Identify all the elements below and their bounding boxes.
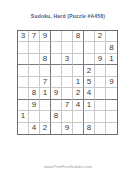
sudoku-cell-r7c6: 4	[73, 100, 84, 111]
sudoku-cell-r6c3: 1	[40, 88, 51, 99]
sudoku-cell-r4c1	[18, 65, 29, 76]
sudoku-cell-r7c5: 7	[62, 100, 73, 111]
sudoku-cell-r1c1: 3	[18, 31, 29, 42]
sudoku-cell-r9c4	[51, 123, 62, 134]
sudoku-cell-r5c3: 7	[40, 77, 51, 88]
sudoku-cell-r3c9: 1	[106, 54, 117, 65]
sudoku-cell-r7c3	[40, 100, 51, 111]
sudoku-cell-r6c2: 8	[29, 88, 40, 99]
sudoku-cell-r8c2	[29, 111, 40, 122]
footer-url: www.PrintFreeSudoku.com	[0, 164, 136, 169]
sudoku-cell-r7c7: 1	[84, 100, 95, 111]
sudoku-cell-r5c1	[18, 77, 29, 88]
sudoku-cell-r6c1	[18, 88, 29, 99]
sudoku-cell-r9c3: 2	[40, 123, 51, 134]
sudoku-cell-r6c4: 9	[51, 88, 62, 99]
sudoku-cell-r5c2	[29, 77, 40, 88]
sudoku-cell-r2c9: 8	[106, 42, 117, 53]
sudoku-cell-r3c7	[84, 54, 95, 65]
sudoku-cell-r8c6	[73, 111, 84, 122]
sudoku-cell-r4c5	[62, 65, 73, 76]
sudoku-cell-r8c7	[84, 111, 95, 122]
sudoku-cell-r4c9	[106, 65, 117, 76]
sudoku-cell-r2c1	[18, 42, 29, 53]
sudoku-cell-r9c2: 4	[29, 123, 40, 134]
sudoku-cell-r5c5	[62, 77, 73, 88]
sudoku-cell-r1c5	[62, 31, 73, 42]
sudoku-cell-r3c2	[29, 54, 40, 65]
sudoku-cell-r9c8	[95, 123, 106, 134]
sudoku-cell-r9c6	[73, 123, 84, 134]
sudoku-cell-r5c7: 5	[84, 77, 95, 88]
sudoku-cell-r8c3	[40, 111, 51, 122]
sudoku-cell-r1c7	[84, 31, 95, 42]
sudoku-cell-r7c4	[51, 100, 62, 111]
sudoku-board: 379828839127159819249741184298	[17, 30, 118, 135]
sudoku-cell-r8c4: 8	[51, 111, 62, 122]
sudoku-cell-r4c3	[40, 65, 51, 76]
sudoku-cell-r1c4	[51, 31, 62, 42]
sudoku-cell-r1c6: 8	[73, 31, 84, 42]
sudoku-cell-r3c5: 3	[62, 54, 73, 65]
sudoku-cell-r3c1	[18, 54, 29, 65]
sudoku-cell-r9c1	[18, 123, 29, 134]
sudoku-cell-r3c3: 8	[40, 54, 51, 65]
sudoku-cell-r2c7	[84, 42, 95, 53]
sudoku-cell-r2c3	[40, 42, 51, 53]
sudoku-cell-r4c6	[73, 65, 84, 76]
page-title: Sudoku, Hard (Puzzle #A458)	[0, 13, 136, 19]
sudoku-cell-r5c8	[95, 77, 106, 88]
sudoku-cell-r8c9	[106, 111, 117, 122]
sudoku-cell-r5c6: 1	[73, 77, 84, 88]
sudoku-cell-r2c6	[73, 42, 84, 53]
sudoku-cell-r7c8	[95, 100, 106, 111]
sudoku-cell-r9c7: 8	[84, 123, 95, 134]
sudoku-cell-r4c7: 2	[84, 65, 95, 76]
sudoku-cell-r1c8: 2	[95, 31, 106, 42]
sudoku-cell-r1c2: 7	[29, 31, 40, 42]
sudoku-cell-r8c1: 1	[18, 111, 29, 122]
sudoku-cell-r6c6: 2	[73, 88, 84, 99]
sudoku-cell-r9c5: 9	[62, 123, 73, 134]
sudoku-cell-r7c2: 9	[29, 100, 40, 111]
sudoku-cell-r8c5	[62, 111, 73, 122]
sudoku-cell-r1c3: 9	[40, 31, 51, 42]
sudoku-cell-r9c9	[106, 123, 117, 134]
sudoku-cell-r4c2	[29, 65, 40, 76]
sudoku-cell-r7c9	[106, 100, 117, 111]
sudoku-cell-r3c8: 9	[95, 54, 106, 65]
sudoku-cell-r5c9: 9	[106, 77, 117, 88]
sudoku-cell-r6c5	[62, 88, 73, 99]
sudoku-cell-r6c9	[106, 88, 117, 99]
sudoku-cell-r4c8	[95, 65, 106, 76]
sudoku-cell-r2c2	[29, 42, 40, 53]
sudoku-cell-r6c7: 4	[84, 88, 95, 99]
sudoku-cell-r7c1	[18, 100, 29, 111]
sudoku-cell-r1c9	[106, 31, 117, 42]
sudoku-cell-r3c4	[51, 54, 62, 65]
sudoku-cell-r4c4	[51, 65, 62, 76]
sudoku-cell-r2c4	[51, 42, 62, 53]
sudoku-cell-r8c8	[95, 111, 106, 122]
sudoku-cell-r6c8	[95, 88, 106, 99]
sudoku-cell-r2c5	[62, 42, 73, 53]
sudoku-cell-r5c4	[51, 77, 62, 88]
sudoku-cell-r2c8	[95, 42, 106, 53]
sudoku-page: Sudoku, Hard (Puzzle #A458) 379828839127…	[0, 0, 136, 176]
sudoku-cell-r3c6	[73, 54, 84, 65]
